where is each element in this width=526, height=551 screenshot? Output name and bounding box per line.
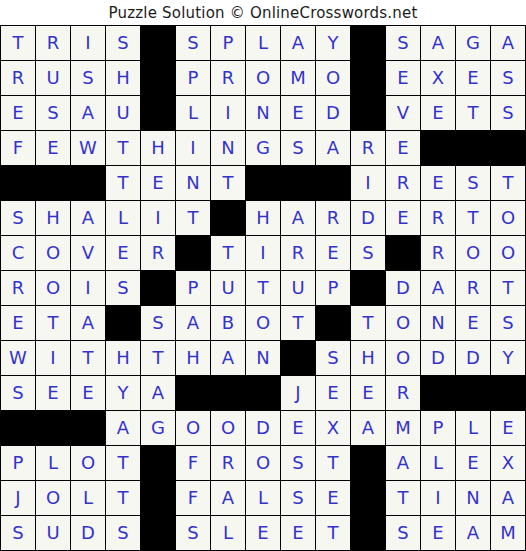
letter-cell-r1c9: A xyxy=(281,26,315,60)
block-cell-r3c11 xyxy=(351,96,385,130)
block-cell-r2c11 xyxy=(351,61,385,95)
letter-cell-r15c3: D xyxy=(71,516,105,550)
letter-cell-r15c1: S xyxy=(1,516,35,550)
letter-cell-r4c3: W xyxy=(71,131,105,165)
crossword-grid: TRISSPLAYSAGARUSHPROMOEXESESAULINEDVETSF… xyxy=(0,25,526,551)
block-cell-r11c6 xyxy=(176,376,210,410)
page-title: Puzzle Solution © OnlineCrosswords.net xyxy=(0,0,526,25)
letter-cell-r7c15: O xyxy=(491,236,525,270)
letter-cell-r4c4: T xyxy=(106,131,140,165)
letter-cell-r2c13: X xyxy=(421,61,455,95)
block-cell-r3c5 xyxy=(141,96,175,130)
block-cell-r11c13 xyxy=(421,376,455,410)
letter-cell-r1c1: T xyxy=(1,26,35,60)
letter-cell-r10c15: Y xyxy=(491,341,525,375)
letter-cell-r9c8: O xyxy=(246,306,280,340)
letter-cell-r3c12: V xyxy=(386,96,420,130)
letter-cell-r7c11: S xyxy=(351,236,385,270)
letter-cell-r14c7: A xyxy=(211,481,245,515)
letter-cell-r6c9: A xyxy=(281,201,315,235)
letter-cell-r8c1: R xyxy=(1,271,35,305)
letter-cell-r2c2: U xyxy=(36,61,70,95)
letter-cell-r11c3: E xyxy=(71,376,105,410)
block-cell-r12c1 xyxy=(1,411,35,445)
letter-cell-r5c6: N xyxy=(176,166,210,200)
letter-cell-r10c3: T xyxy=(71,341,105,375)
letter-cell-r9c14: E xyxy=(456,306,490,340)
letter-cell-r8c12: D xyxy=(386,271,420,305)
letter-cell-r7c8: I xyxy=(246,236,280,270)
letter-cell-r13c7: R xyxy=(211,446,245,480)
block-cell-r8c5 xyxy=(141,271,175,305)
letter-cell-r9c3: A xyxy=(71,306,105,340)
letter-cell-r7c7: T xyxy=(211,236,245,270)
letter-cell-r3c15: S xyxy=(491,96,525,130)
letter-cell-r9c9: T xyxy=(281,306,315,340)
letter-cell-r9c12: O xyxy=(386,306,420,340)
block-cell-r2c5 xyxy=(141,61,175,95)
letter-cell-r5c4: T xyxy=(106,166,140,200)
letter-cell-r10c4: H xyxy=(106,341,140,375)
letter-cell-r14c2: O xyxy=(36,481,70,515)
letter-cell-r4c10: A xyxy=(316,131,350,165)
letter-cell-r9c11: T xyxy=(351,306,385,340)
letter-cell-r13c10: T xyxy=(316,446,350,480)
letter-cell-r3c6: L xyxy=(176,96,210,130)
block-cell-r7c12 xyxy=(386,236,420,270)
letter-cell-r7c14: O xyxy=(456,236,490,270)
block-cell-r1c5 xyxy=(141,26,175,60)
block-cell-r5c1 xyxy=(1,166,35,200)
block-cell-r11c15 xyxy=(491,376,525,410)
letter-cell-r2c3: S xyxy=(71,61,105,95)
letter-cell-r14c3: L xyxy=(71,481,105,515)
block-cell-r14c11 xyxy=(351,481,385,515)
letter-cell-r12c12: M xyxy=(386,411,420,445)
letter-cell-r6c13: R xyxy=(421,201,455,235)
letter-cell-r10c13: D xyxy=(421,341,455,375)
letter-cell-r12c6: O xyxy=(176,411,210,445)
letter-cell-r10c8: N xyxy=(246,341,280,375)
letter-cell-r8c8: T xyxy=(246,271,280,305)
letter-cell-r12c8: D xyxy=(246,411,280,445)
letter-cell-r3c3: A xyxy=(71,96,105,130)
letter-cell-r7c3: V xyxy=(71,236,105,270)
block-cell-r13c11 xyxy=(351,446,385,480)
letter-cell-r6c11: D xyxy=(351,201,385,235)
letter-cell-r6c3: A xyxy=(71,201,105,235)
letter-cell-r8c9: U xyxy=(281,271,315,305)
letter-cell-r12c14: L xyxy=(456,411,490,445)
letter-cell-r4c7: N xyxy=(211,131,245,165)
letter-cell-r15c12: S xyxy=(386,516,420,550)
letter-cell-r11c10: E xyxy=(316,376,350,410)
letter-cell-r15c7: L xyxy=(211,516,245,550)
letter-cell-r11c12: R xyxy=(386,376,420,410)
letter-cell-r9c2: T xyxy=(36,306,70,340)
letter-cell-r10c6: H xyxy=(176,341,210,375)
letter-cell-r15c13: E xyxy=(421,516,455,550)
letter-cell-r14c8: L xyxy=(246,481,280,515)
block-cell-r15c5 xyxy=(141,516,175,550)
letter-cell-r1c6: S xyxy=(176,26,210,60)
letter-cell-r8c10: P xyxy=(316,271,350,305)
letter-cell-r14c15: A xyxy=(491,481,525,515)
block-cell-r5c3 xyxy=(71,166,105,200)
letter-cell-r13c6: F xyxy=(176,446,210,480)
letter-cell-r5c5: E xyxy=(141,166,175,200)
letter-cell-r12c15: E xyxy=(491,411,525,445)
letter-cell-r12c10: X xyxy=(316,411,350,445)
letter-cell-r1c10: Y xyxy=(316,26,350,60)
block-cell-r14c5 xyxy=(141,481,175,515)
letter-cell-r14c6: F xyxy=(176,481,210,515)
letter-cell-r2c12: E xyxy=(386,61,420,95)
block-cell-r5c10 xyxy=(316,166,350,200)
letter-cell-r7c10: E xyxy=(316,236,350,270)
letter-cell-r4c9: S xyxy=(281,131,315,165)
letter-cell-r13c8: O xyxy=(246,446,280,480)
letter-cell-r7c2: O xyxy=(36,236,70,270)
block-cell-r9c10 xyxy=(316,306,350,340)
letter-cell-r14c9: S xyxy=(281,481,315,515)
letter-cell-r6c12: E xyxy=(386,201,420,235)
block-cell-r4c14 xyxy=(456,131,490,165)
letter-cell-r13c15: X xyxy=(491,446,525,480)
letter-cell-r12c5: G xyxy=(141,411,175,445)
letter-cell-r3c9: E xyxy=(281,96,315,130)
letter-cell-r2c14: E xyxy=(456,61,490,95)
letter-cell-r11c5: A xyxy=(141,376,175,410)
block-cell-r9c4 xyxy=(106,306,140,340)
letter-cell-r9c13: N xyxy=(421,306,455,340)
page: Puzzle Solution © OnlineCrosswords.net T… xyxy=(0,0,526,551)
letter-cell-r3c13: E xyxy=(421,96,455,130)
block-cell-r15c11 xyxy=(351,516,385,550)
block-cell-r11c14 xyxy=(456,376,490,410)
letter-cell-r12c9: E xyxy=(281,411,315,445)
letter-cell-r2c15: S xyxy=(491,61,525,95)
letter-cell-r1c4: S xyxy=(106,26,140,60)
letter-cell-r3c2: S xyxy=(36,96,70,130)
block-cell-r11c7 xyxy=(211,376,245,410)
letter-cell-r9c15: S xyxy=(491,306,525,340)
letter-cell-r8c6: P xyxy=(176,271,210,305)
letter-cell-r4c1: F xyxy=(1,131,35,165)
letter-cell-r14c14: N xyxy=(456,481,490,515)
letter-cell-r13c13: L xyxy=(421,446,455,480)
block-cell-r12c2 xyxy=(36,411,70,445)
block-cell-r13c5 xyxy=(141,446,175,480)
letter-cell-r11c2: E xyxy=(36,376,70,410)
letter-cell-r1c13: A xyxy=(421,26,455,60)
block-cell-r10c9 xyxy=(281,341,315,375)
letter-cell-r8c4: S xyxy=(106,271,140,305)
block-cell-r4c13 xyxy=(421,131,455,165)
letter-cell-r10c11: H xyxy=(351,341,385,375)
letter-cell-r15c6: S xyxy=(176,516,210,550)
letter-cell-r10c12: O xyxy=(386,341,420,375)
letter-cell-r13c12: A xyxy=(386,446,420,480)
block-cell-r5c9 xyxy=(281,166,315,200)
letter-cell-r8c14: R xyxy=(456,271,490,305)
letter-cell-r3c7: I xyxy=(211,96,245,130)
letter-cell-r10c1: W xyxy=(1,341,35,375)
letter-cell-r7c1: C xyxy=(1,236,35,270)
letter-cell-r14c10: E xyxy=(316,481,350,515)
letter-cell-r2c10: O xyxy=(316,61,350,95)
letter-cell-r15c8: E xyxy=(246,516,280,550)
letter-cell-r4c11: R xyxy=(351,131,385,165)
letter-cell-r3c8: N xyxy=(246,96,280,130)
block-cell-r1c11 xyxy=(351,26,385,60)
letter-cell-r1c8: L xyxy=(246,26,280,60)
letter-cell-r12c4: A xyxy=(106,411,140,445)
letter-cell-r5c12: R xyxy=(386,166,420,200)
letter-cell-r12c7: O xyxy=(211,411,245,445)
letter-cell-r10c14: D xyxy=(456,341,490,375)
letter-cell-r10c7: A xyxy=(211,341,245,375)
letter-cell-r13c9: S xyxy=(281,446,315,480)
letter-cell-r6c4: L xyxy=(106,201,140,235)
letter-cell-r1c2: R xyxy=(36,26,70,60)
letter-cell-r6c8: H xyxy=(246,201,280,235)
letter-cell-r15c9: E xyxy=(281,516,315,550)
letter-cell-r2c9: M xyxy=(281,61,315,95)
letter-cell-r5c13: E xyxy=(421,166,455,200)
block-cell-r5c2 xyxy=(36,166,70,200)
block-cell-r6c7 xyxy=(211,201,245,235)
letter-cell-r15c2: U xyxy=(36,516,70,550)
letter-cell-r14c13: I xyxy=(421,481,455,515)
letter-cell-r14c4: T xyxy=(106,481,140,515)
letter-cell-r2c4: H xyxy=(106,61,140,95)
letter-cell-r3c14: T xyxy=(456,96,490,130)
letter-cell-r2c8: O xyxy=(246,61,280,95)
letter-cell-r3c10: D xyxy=(316,96,350,130)
letter-cell-r10c5: T xyxy=(141,341,175,375)
letter-cell-r14c12: T xyxy=(386,481,420,515)
letter-cell-r13c1: P xyxy=(1,446,35,480)
letter-cell-r13c3: O xyxy=(71,446,105,480)
block-cell-r12c3 xyxy=(71,411,105,445)
letter-cell-r7c4: E xyxy=(106,236,140,270)
letter-cell-r2c6: P xyxy=(176,61,210,95)
letter-cell-r8c2: O xyxy=(36,271,70,305)
letter-cell-r9c1: E xyxy=(1,306,35,340)
letter-cell-r5c14: S xyxy=(456,166,490,200)
letter-cell-r5c7: T xyxy=(211,166,245,200)
letter-cell-r6c10: R xyxy=(316,201,350,235)
letter-cell-r2c1: R xyxy=(1,61,35,95)
letter-cell-r15c4: S xyxy=(106,516,140,550)
block-cell-r5c8 xyxy=(246,166,280,200)
letter-cell-r4c6: I xyxy=(176,131,210,165)
letter-cell-r11c4: Y xyxy=(106,376,140,410)
letter-cell-r8c15: T xyxy=(491,271,525,305)
block-cell-r4c15 xyxy=(491,131,525,165)
letter-cell-r6c6: T xyxy=(176,201,210,235)
letter-cell-r7c5: R xyxy=(141,236,175,270)
letter-cell-r5c15: T xyxy=(491,166,525,200)
letter-cell-r12c13: P xyxy=(421,411,455,445)
letter-cell-r6c15: O xyxy=(491,201,525,235)
letter-cell-r11c9: J xyxy=(281,376,315,410)
letter-cell-r4c12: E xyxy=(386,131,420,165)
letter-cell-r15c15: M xyxy=(491,516,525,550)
letter-cell-r1c14: G xyxy=(456,26,490,60)
block-cell-r8c11 xyxy=(351,271,385,305)
letter-cell-r10c10: S xyxy=(316,341,350,375)
letter-cell-r6c1: S xyxy=(1,201,35,235)
letter-cell-r2c7: R xyxy=(211,61,245,95)
letter-cell-r6c5: I xyxy=(141,201,175,235)
letter-cell-r4c8: G xyxy=(246,131,280,165)
letter-cell-r7c13: R xyxy=(421,236,455,270)
letter-cell-r10c2: I xyxy=(36,341,70,375)
letter-cell-r13c2: L xyxy=(36,446,70,480)
letter-cell-r9c5: S xyxy=(141,306,175,340)
letter-cell-r1c7: P xyxy=(211,26,245,60)
letter-cell-r4c5: H xyxy=(141,131,175,165)
letter-cell-r3c1: E xyxy=(1,96,35,130)
block-cell-r11c8 xyxy=(246,376,280,410)
letter-cell-r15c14: A xyxy=(456,516,490,550)
letter-cell-r6c14: T xyxy=(456,201,490,235)
letter-cell-r14c1: J xyxy=(1,481,35,515)
letter-cell-r6c2: H xyxy=(36,201,70,235)
block-cell-r7c6 xyxy=(176,236,210,270)
letter-cell-r1c12: S xyxy=(386,26,420,60)
letter-cell-r11c11: E xyxy=(351,376,385,410)
letter-cell-r9c6: A xyxy=(176,306,210,340)
letter-cell-r8c7: U xyxy=(211,271,245,305)
letter-cell-r1c3: I xyxy=(71,26,105,60)
letter-cell-r15c10: T xyxy=(316,516,350,550)
letter-cell-r3c4: U xyxy=(106,96,140,130)
letter-cell-r1c15: A xyxy=(491,26,525,60)
letter-cell-r7c9: R xyxy=(281,236,315,270)
letter-cell-r13c14: E xyxy=(456,446,490,480)
letter-cell-r9c7: B xyxy=(211,306,245,340)
letter-cell-r4c2: E xyxy=(36,131,70,165)
letter-cell-r13c4: T xyxy=(106,446,140,480)
letter-cell-r5c11: I xyxy=(351,166,385,200)
letter-cell-r8c3: I xyxy=(71,271,105,305)
letter-cell-r12c11: A xyxy=(351,411,385,445)
letter-cell-r11c1: S xyxy=(1,376,35,410)
letter-cell-r8c13: A xyxy=(421,271,455,305)
